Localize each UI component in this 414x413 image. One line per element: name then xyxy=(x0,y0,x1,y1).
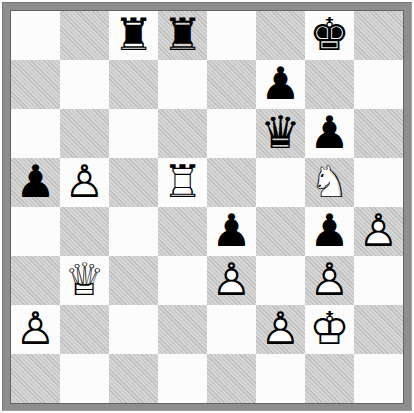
square-b7[interactable] xyxy=(60,60,109,109)
piece-black-rook[interactable]: ♜ xyxy=(109,11,158,60)
square-c5[interactable] xyxy=(109,158,158,207)
black-king-glyph: ♚ xyxy=(305,11,354,60)
piece-black-queen[interactable]: ♛ xyxy=(256,109,305,158)
square-h3[interactable] xyxy=(354,256,403,305)
piece-black-pawn[interactable]: ♟ xyxy=(207,207,256,256)
piece-white-pawn[interactable]: ♟♙ xyxy=(305,256,354,305)
square-a8[interactable] xyxy=(11,11,60,60)
square-b5[interactable]: ♟♙ xyxy=(60,158,109,207)
square-a1[interactable] xyxy=(11,354,60,403)
square-g4[interactable]: ♟ xyxy=(305,207,354,256)
square-f2[interactable]: ♟♙ xyxy=(256,305,305,354)
square-h6[interactable] xyxy=(354,109,403,158)
white-knight-glyph: ♘ xyxy=(305,158,354,207)
square-h2[interactable] xyxy=(354,305,403,354)
square-h4[interactable]: ♟♙ xyxy=(354,207,403,256)
square-b6[interactable] xyxy=(60,109,109,158)
square-e4[interactable]: ♟ xyxy=(207,207,256,256)
square-b2[interactable] xyxy=(60,305,109,354)
square-a4[interactable] xyxy=(11,207,60,256)
square-a5[interactable]: ♟ xyxy=(11,158,60,207)
square-d7[interactable] xyxy=(158,60,207,109)
piece-black-pawn[interactable]: ♟ xyxy=(305,207,354,256)
white-pawn-glyph: ♙ xyxy=(60,158,109,207)
square-f8[interactable] xyxy=(256,11,305,60)
board-frame: ♜♜♚♟♛♟♟♟♙♜♖♞♘♟♟♟♙♛♕♟♙♟♙♟♙♟♙♚♔ xyxy=(2,2,412,411)
black-pawn-glyph: ♟ xyxy=(207,207,256,256)
piece-white-knight[interactable]: ♞♘ xyxy=(305,158,354,207)
square-c8[interactable]: ♜ xyxy=(109,11,158,60)
square-e8[interactable] xyxy=(207,11,256,60)
piece-white-queen[interactable]: ♛♕ xyxy=(60,256,109,305)
square-e1[interactable] xyxy=(207,354,256,403)
square-h5[interactable] xyxy=(354,158,403,207)
piece-black-pawn[interactable]: ♟ xyxy=(256,60,305,109)
piece-white-pawn[interactable]: ♟♙ xyxy=(207,256,256,305)
square-a6[interactable] xyxy=(11,109,60,158)
square-d5[interactable]: ♜♖ xyxy=(158,158,207,207)
piece-white-rook[interactable]: ♜♖ xyxy=(158,158,207,207)
square-c4[interactable] xyxy=(109,207,158,256)
black-pawn-glyph: ♟ xyxy=(11,158,60,207)
square-g8[interactable]: ♚ xyxy=(305,11,354,60)
square-e7[interactable] xyxy=(207,60,256,109)
square-d2[interactable] xyxy=(158,305,207,354)
black-rook-glyph: ♜ xyxy=(109,11,158,60)
square-c1[interactable] xyxy=(109,354,158,403)
piece-black-rook[interactable]: ♜ xyxy=(158,11,207,60)
black-rook-glyph: ♜ xyxy=(158,11,207,60)
square-g1[interactable] xyxy=(305,354,354,403)
white-pawn-glyph: ♙ xyxy=(11,305,60,354)
square-h8[interactable] xyxy=(354,11,403,60)
square-h1[interactable] xyxy=(354,354,403,403)
square-d1[interactable] xyxy=(158,354,207,403)
square-f1[interactable] xyxy=(256,354,305,403)
black-pawn-glyph: ♟ xyxy=(305,109,354,158)
black-pawn-glyph: ♟ xyxy=(305,207,354,256)
square-f3[interactable] xyxy=(256,256,305,305)
square-a3[interactable] xyxy=(11,256,60,305)
piece-black-king[interactable]: ♚ xyxy=(305,11,354,60)
square-c7[interactable] xyxy=(109,60,158,109)
square-e6[interactable] xyxy=(207,109,256,158)
black-pawn-glyph: ♟ xyxy=(256,60,305,109)
white-king-glyph: ♔ xyxy=(305,305,354,354)
square-a2[interactable]: ♟♙ xyxy=(11,305,60,354)
square-c3[interactable] xyxy=(109,256,158,305)
square-f5[interactable] xyxy=(256,158,305,207)
square-f6[interactable]: ♛ xyxy=(256,109,305,158)
square-a7[interactable] xyxy=(11,60,60,109)
diagram-outer-margin: ♜♜♚♟♛♟♟♟♙♜♖♞♘♟♟♟♙♛♕♟♙♟♙♟♙♟♙♚♔ xyxy=(0,0,414,413)
square-d6[interactable] xyxy=(158,109,207,158)
piece-white-pawn[interactable]: ♟♙ xyxy=(60,158,109,207)
square-g7[interactable] xyxy=(305,60,354,109)
piece-white-pawn[interactable]: ♟♙ xyxy=(354,207,403,256)
square-d4[interactable] xyxy=(158,207,207,256)
square-g6[interactable]: ♟ xyxy=(305,109,354,158)
white-rook-glyph: ♖ xyxy=(158,158,207,207)
square-b3[interactable]: ♛♕ xyxy=(60,256,109,305)
white-queen-glyph: ♕ xyxy=(60,256,109,305)
square-b1[interactable] xyxy=(60,354,109,403)
square-f4[interactable] xyxy=(256,207,305,256)
square-e5[interactable] xyxy=(207,158,256,207)
piece-white-king[interactable]: ♚♔ xyxy=(305,305,354,354)
black-queen-glyph: ♛ xyxy=(256,109,305,158)
square-e3[interactable]: ♟♙ xyxy=(207,256,256,305)
white-pawn-glyph: ♙ xyxy=(305,256,354,305)
white-pawn-glyph: ♙ xyxy=(354,207,403,256)
square-b4[interactable] xyxy=(60,207,109,256)
square-g5[interactable]: ♞♘ xyxy=(305,158,354,207)
square-g2[interactable]: ♚♔ xyxy=(305,305,354,354)
white-pawn-glyph: ♙ xyxy=(207,256,256,305)
piece-white-pawn[interactable]: ♟♙ xyxy=(11,305,60,354)
piece-black-pawn[interactable]: ♟ xyxy=(305,109,354,158)
square-g3[interactable]: ♟♙ xyxy=(305,256,354,305)
square-e2[interactable] xyxy=(207,305,256,354)
square-c2[interactable] xyxy=(109,305,158,354)
square-d3[interactable] xyxy=(158,256,207,305)
square-b8[interactable] xyxy=(60,11,109,60)
white-pawn-glyph: ♙ xyxy=(256,305,305,354)
chess-board: ♜♜♚♟♛♟♟♟♙♜♖♞♘♟♟♟♙♛♕♟♙♟♙♟♙♟♙♚♔ xyxy=(11,11,403,403)
piece-white-pawn[interactable]: ♟♙ xyxy=(256,305,305,354)
square-d8[interactable]: ♜ xyxy=(158,11,207,60)
square-f7[interactable]: ♟ xyxy=(256,60,305,109)
square-c6[interactable] xyxy=(109,109,158,158)
piece-black-pawn[interactable]: ♟ xyxy=(11,158,60,207)
square-h7[interactable] xyxy=(354,60,403,109)
